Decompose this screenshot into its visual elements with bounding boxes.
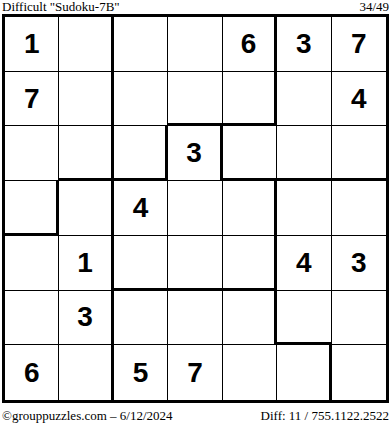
cell-r5c3-empty[interactable] xyxy=(114,236,168,291)
cell-r1c7-given: 7 xyxy=(332,17,386,72)
cell-r2c4-empty[interactable] xyxy=(168,72,222,127)
footer: ©grouppuzzles.com – 6/12/2024 Diff: 11 /… xyxy=(2,409,389,422)
cell-r1c1-given: 1 xyxy=(5,17,59,72)
puzzle-page: Difficult "Sudoku-7B" 34/49 163774341433… xyxy=(0,0,391,426)
cell-r7c5-empty[interactable] xyxy=(223,345,277,400)
puzzle-title: Difficult "Sudoku-7B" xyxy=(2,0,120,13)
cell-r5c5-empty[interactable] xyxy=(223,236,277,291)
cell-r1c2-empty[interactable] xyxy=(59,17,113,72)
cell-r4c2-empty[interactable] xyxy=(59,181,113,236)
cell-r7c4-given: 7 xyxy=(168,345,222,400)
sudoku-board: 163774341433657 xyxy=(2,14,389,403)
cell-r3c1-empty[interactable] xyxy=(5,126,59,181)
cell-r6c4-empty[interactable] xyxy=(168,291,222,346)
difficulty-text: Diff: 11 / 755.1122.2522 xyxy=(261,409,389,422)
cell-r2c1-given: 7 xyxy=(5,72,59,127)
cell-r3c4-given: 3 xyxy=(168,126,222,181)
cell-r4c1-empty[interactable] xyxy=(5,181,59,236)
cell-r7c2-empty[interactable] xyxy=(59,345,113,400)
cell-r5c7-given: 3 xyxy=(332,236,386,291)
cell-r5c2-given: 1 xyxy=(59,236,113,291)
cell-r5c4-empty[interactable] xyxy=(168,236,222,291)
cells-remaining-counter: 34/49 xyxy=(359,0,389,13)
cell-r3c6-empty[interactable] xyxy=(277,126,331,181)
cell-r6c1-empty[interactable] xyxy=(5,291,59,346)
cell-r2c7-given: 4 xyxy=(332,72,386,127)
cell-r2c3-empty[interactable] xyxy=(114,72,168,127)
cell-r2c6-empty[interactable] xyxy=(277,72,331,127)
cell-r3c7-empty[interactable] xyxy=(332,126,386,181)
cell-r3c3-empty[interactable] xyxy=(114,126,168,181)
cell-r4c3-given: 4 xyxy=(114,181,168,236)
cell-r6c5-empty[interactable] xyxy=(223,291,277,346)
cell-r7c1-given: 6 xyxy=(5,345,59,400)
cell-r7c3-given: 5 xyxy=(114,345,168,400)
cell-r3c5-empty[interactable] xyxy=(223,126,277,181)
cell-r6c7-empty[interactable] xyxy=(332,291,386,346)
cell-r2c5-empty[interactable] xyxy=(223,72,277,127)
cell-r6c2-given: 3 xyxy=(59,291,113,346)
cell-r4c4-empty[interactable] xyxy=(168,181,222,236)
cell-r4c5-empty[interactable] xyxy=(223,181,277,236)
header: Difficult "Sudoku-7B" 34/49 xyxy=(2,0,389,13)
cell-r6c6-empty[interactable] xyxy=(277,291,331,346)
cell-r7c6-empty[interactable] xyxy=(277,345,331,400)
cell-r3c2-empty[interactable] xyxy=(59,126,113,181)
cell-r2c2-empty[interactable] xyxy=(59,72,113,127)
cell-r5c1-empty[interactable] xyxy=(5,236,59,291)
cell-r4c6-empty[interactable] xyxy=(277,181,331,236)
cell-r7c7-empty[interactable] xyxy=(332,345,386,400)
cell-r4c7-empty[interactable] xyxy=(332,181,386,236)
cell-r1c6-given: 3 xyxy=(277,17,331,72)
cell-r6c3-empty[interactable] xyxy=(114,291,168,346)
cell-r1c5-given: 6 xyxy=(223,17,277,72)
cell-r1c4-empty[interactable] xyxy=(168,17,222,72)
cell-r5c6-given: 4 xyxy=(277,236,331,291)
cell-r1c3-empty[interactable] xyxy=(114,17,168,72)
copyright-text: ©grouppuzzles.com – 6/12/2024 xyxy=(2,409,173,422)
